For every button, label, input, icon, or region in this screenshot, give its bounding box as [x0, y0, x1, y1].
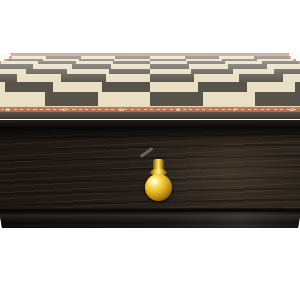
file-label-f: F	[233, 108, 237, 112]
square-d1	[98, 92, 151, 106]
frame-dash-inlay	[0, 109, 300, 110]
file-label-e: E	[176, 108, 180, 112]
square-c2	[53, 82, 101, 93]
square-d3	[106, 74, 150, 82]
square-b2	[5, 82, 53, 93]
board-squares	[0, 56, 300, 105]
square-e2	[150, 82, 198, 93]
product-photo-chess-box: ABCDEFGH	[0, 0, 300, 300]
square-g2	[247, 82, 295, 93]
square-d2	[102, 82, 150, 93]
drawer-top-shadow	[0, 127, 300, 143]
storage-box-drawer-front	[0, 127, 300, 228]
square-f3	[194, 74, 238, 82]
square-h2	[295, 82, 300, 93]
square-b1	[0, 92, 45, 106]
board-rank-3	[0, 74, 300, 82]
square-g3	[239, 74, 283, 82]
file-label-d: D	[119, 108, 124, 112]
square-f1	[203, 92, 256, 106]
file-label-c: C	[62, 108, 67, 112]
square-c1	[45, 92, 98, 106]
chess-board: ABCDEFGH	[0, 53, 300, 114]
brass-drawer-knob-icon	[145, 156, 175, 203]
square-c3	[61, 74, 105, 82]
square-g1	[255, 92, 300, 106]
molding-sheen	[0, 212, 300, 228]
square-e1	[150, 92, 203, 106]
square-b3	[17, 74, 61, 82]
square-e3	[150, 74, 194, 82]
knob-ball	[145, 174, 172, 201]
board-side-edge	[0, 112, 300, 119]
base-molding	[0, 212, 300, 228]
file-label-b: B	[5, 108, 10, 112]
file-label-g: G	[290, 108, 295, 112]
square-f2	[198, 82, 246, 93]
board-underside-shadow	[0, 120, 300, 128]
board-rank-1	[0, 92, 300, 106]
board-rank-2	[0, 82, 300, 93]
square-h3	[283, 74, 300, 82]
square-a3	[0, 74, 17, 82]
